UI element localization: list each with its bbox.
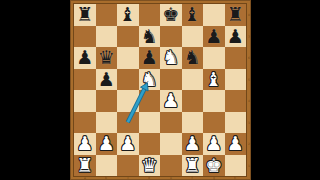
square-c6[interactable] xyxy=(117,47,139,69)
square-e6[interactable]: ♞ xyxy=(160,47,182,69)
file-label-e: e xyxy=(169,176,173,179)
square-c2[interactable]: ♟ xyxy=(117,133,139,155)
square-h7[interactable]: ♟ xyxy=(225,26,247,48)
square-d7[interactable]: ♞ xyxy=(139,26,161,48)
rank-label-6: 6 xyxy=(247,57,251,60)
white-pawn[interactable]: ♟ xyxy=(162,91,179,110)
square-g7[interactable]: ♟ xyxy=(203,26,225,48)
square-d5[interactable]: ♞ xyxy=(139,69,161,91)
square-e8[interactable]: ♚ xyxy=(160,4,182,26)
rank-label-8: 8 xyxy=(247,14,251,17)
square-g1[interactable]: ♚ xyxy=(203,155,225,177)
square-a3[interactable] xyxy=(74,112,96,134)
square-h1[interactable] xyxy=(225,155,247,177)
square-c5[interactable] xyxy=(117,69,139,91)
white-queen[interactable]: ♛ xyxy=(141,156,158,175)
black-rook[interactable]: ♜ xyxy=(76,5,93,24)
square-h6[interactable] xyxy=(225,47,247,69)
file-label-a: a xyxy=(83,176,87,179)
square-d2[interactable] xyxy=(139,133,161,155)
square-c3[interactable] xyxy=(117,112,139,134)
file-label-b: b xyxy=(104,176,108,179)
square-a1[interactable]: ♜ xyxy=(74,155,96,177)
black-pawn[interactable]: ♟ xyxy=(205,27,222,46)
file-label-h: h xyxy=(233,176,237,179)
square-c4[interactable] xyxy=(117,90,139,112)
square-e4[interactable]: ♟ xyxy=(160,90,182,112)
square-f8[interactable]: ♝ xyxy=(182,4,204,26)
square-b5[interactable]: ♟ xyxy=(96,69,118,91)
square-b1[interactable] xyxy=(96,155,118,177)
black-pawn[interactable]: ♟ xyxy=(141,48,158,67)
board-frame: ♜♝♚♝♜♞♟♟♟♛♟♞♞♟♞♝♟♟♟♟♟♟♟♜♛♜♚ abcdefgh8765… xyxy=(70,0,251,180)
black-queen[interactable]: ♛ xyxy=(98,48,115,67)
square-g3[interactable] xyxy=(203,112,225,134)
white-pawn[interactable]: ♟ xyxy=(76,134,93,153)
square-e3[interactable] xyxy=(160,112,182,134)
square-d1[interactable]: ♛ xyxy=(139,155,161,177)
square-g6[interactable] xyxy=(203,47,225,69)
rank-label-3: 3 xyxy=(247,121,251,124)
black-knight[interactable]: ♞ xyxy=(141,27,158,46)
square-b7[interactable] xyxy=(96,26,118,48)
rank-label-7: 7 xyxy=(247,35,251,38)
file-label-d: d xyxy=(147,176,151,179)
white-knight[interactable]: ♞ xyxy=(141,70,158,89)
black-pawn[interactable]: ♟ xyxy=(98,70,115,89)
square-g5[interactable]: ♝ xyxy=(203,69,225,91)
square-b3[interactable] xyxy=(96,112,118,134)
square-d8[interactable] xyxy=(139,4,161,26)
white-knight[interactable]: ♞ xyxy=(162,48,179,67)
rank-label-2: 2 xyxy=(247,143,251,146)
white-bishop[interactable]: ♝ xyxy=(205,70,222,89)
square-f3[interactable] xyxy=(182,112,204,134)
square-b4[interactable] xyxy=(96,90,118,112)
square-g2[interactable]: ♟ xyxy=(203,133,225,155)
black-rook[interactable]: ♜ xyxy=(227,5,244,24)
rank-label-4: 4 xyxy=(247,100,251,103)
file-label-f: f xyxy=(190,176,194,179)
square-h4[interactable] xyxy=(225,90,247,112)
square-d6[interactable]: ♟ xyxy=(139,47,161,69)
square-e2[interactable] xyxy=(160,133,182,155)
file-label-g: g xyxy=(212,176,216,179)
chess-board: ♜♝♚♝♜♞♟♟♟♛♟♞♞♟♞♝♟♟♟♟♟♟♟♜♛♜♚ xyxy=(74,4,246,176)
square-f1[interactable]: ♜ xyxy=(182,155,204,177)
square-b8[interactable] xyxy=(96,4,118,26)
rank-label-1: 1 xyxy=(247,164,251,167)
square-d3[interactable] xyxy=(139,112,161,134)
square-c7[interactable] xyxy=(117,26,139,48)
square-f7[interactable] xyxy=(182,26,204,48)
rank-label-5: 5 xyxy=(247,78,251,81)
square-g8[interactable] xyxy=(203,4,225,26)
black-bishop[interactable]: ♝ xyxy=(119,5,136,24)
square-e1[interactable] xyxy=(160,155,182,177)
square-c8[interactable]: ♝ xyxy=(117,4,139,26)
square-f2[interactable]: ♟ xyxy=(182,133,204,155)
square-g4[interactable] xyxy=(203,90,225,112)
white-pawn[interactable]: ♟ xyxy=(205,134,222,153)
square-h3[interactable] xyxy=(225,112,247,134)
square-a8[interactable]: ♜ xyxy=(74,4,96,26)
square-h8[interactable]: ♜ xyxy=(225,4,247,26)
screenshot-root: ♜♝♚♝♜♞♟♟♟♛♟♞♞♟♞♝♟♟♟♟♟♟♟♜♛♜♚ abcdefgh8765… xyxy=(0,0,320,180)
square-a2[interactable]: ♟ xyxy=(74,133,96,155)
square-a7[interactable] xyxy=(74,26,96,48)
black-knight[interactable]: ♞ xyxy=(184,48,201,67)
white-king[interactable]: ♚ xyxy=(205,156,222,175)
square-a5[interactable] xyxy=(74,69,96,91)
white-pawn[interactable]: ♟ xyxy=(119,134,136,153)
white-pawn[interactable]: ♟ xyxy=(184,134,201,153)
square-f5[interactable] xyxy=(182,69,204,91)
square-e7[interactable] xyxy=(160,26,182,48)
white-rook[interactable]: ♜ xyxy=(76,156,93,175)
white-pawn[interactable]: ♟ xyxy=(227,134,244,153)
square-f6[interactable]: ♞ xyxy=(182,47,204,69)
square-a6[interactable]: ♟ xyxy=(74,47,96,69)
white-rook[interactable]: ♜ xyxy=(184,156,201,175)
square-b2[interactable]: ♟ xyxy=(96,133,118,155)
square-h5[interactable] xyxy=(225,69,247,91)
square-h2[interactable]: ♟ xyxy=(225,133,247,155)
square-a4[interactable] xyxy=(74,90,96,112)
black-pawn[interactable]: ♟ xyxy=(227,27,244,46)
square-b6[interactable]: ♛ xyxy=(96,47,118,69)
black-pawn[interactable]: ♟ xyxy=(76,48,93,67)
square-f4[interactable] xyxy=(182,90,204,112)
square-d4[interactable] xyxy=(139,90,161,112)
black-bishop[interactable]: ♝ xyxy=(184,5,201,24)
white-pawn[interactable]: ♟ xyxy=(98,134,115,153)
square-c1[interactable] xyxy=(117,155,139,177)
file-label-c: c xyxy=(126,176,130,179)
square-e5[interactable] xyxy=(160,69,182,91)
black-king[interactable]: ♚ xyxy=(162,5,179,24)
